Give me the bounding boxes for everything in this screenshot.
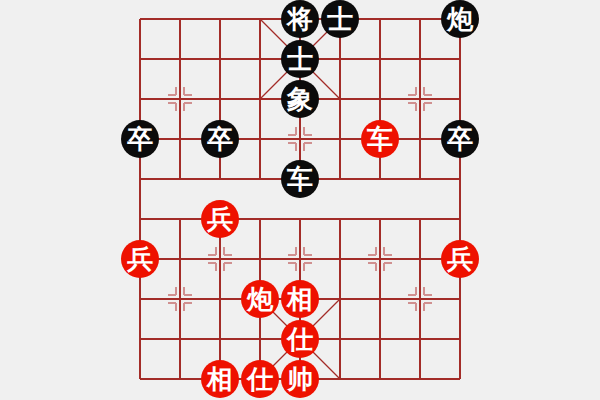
board-point-f0r1[interactable] [120,39,160,79]
board-point-f5r0[interactable]: 士 [320,0,360,39]
red-general[interactable]: 帅 [281,360,319,398]
board-point-f2r3[interactable]: 卒 [200,119,240,159]
board-point-f6r3[interactable]: 车 [360,119,400,159]
board-point-f8r1[interactable] [440,39,480,79]
board-point-f6r7[interactable] [360,279,400,319]
board-point-f4r1[interactable]: 士 [280,39,320,79]
board-point-f1r1[interactable] [160,39,200,79]
board-point-f7r0[interactable] [400,0,440,39]
board-point-f0r2[interactable] [120,79,160,119]
board-point-f7r7[interactable] [400,279,440,319]
board-point-f8r7[interactable] [440,279,480,319]
board-point-f8r0[interactable]: 炮 [440,0,480,39]
board-point-f2r8[interactable] [200,319,240,359]
board-point-f7r4[interactable] [400,159,440,199]
board-point-f3r8[interactable] [240,319,280,359]
board-point-f2r9[interactable]: 相 [200,359,240,399]
board-point-f7r1[interactable] [400,39,440,79]
red-advisor[interactable]: 仕 [281,320,319,358]
board-point-f3r7[interactable]: 炮 [240,279,280,319]
red-elephant[interactable]: 相 [201,360,239,398]
board-point-f5r1[interactable] [320,39,360,79]
board-point-f1r8[interactable] [160,319,200,359]
board-point-f0r8[interactable] [120,319,160,359]
board-point-f1r4[interactable] [160,159,200,199]
board-point-f3r5[interactable] [240,199,280,239]
black-cannon[interactable]: 炮 [441,0,479,38]
board-point-f3r2[interactable] [240,79,280,119]
board-point-f0r9[interactable] [120,359,160,399]
board-point-f6r2[interactable] [360,79,400,119]
board-point-f2r6[interactable] [200,239,240,279]
board-point-f2r0[interactable] [200,0,240,39]
board-point-f3r3[interactable] [240,119,280,159]
xiangqi-app-canvas: 将士炮士象卒卒车卒车兵兵兵炮相仕相仕帅 [0,0,600,400]
red-cannon[interactable]: 炮 [241,280,279,318]
board-point-f4r9[interactable]: 帅 [280,359,320,399]
board-point-f0r0[interactable] [120,0,160,39]
board-point-f8r3[interactable]: 卒 [440,119,480,159]
board-point-f4r3[interactable] [280,119,320,159]
board-point-f7r5[interactable] [400,199,440,239]
board-point-f5r4[interactable] [320,159,360,199]
board-point-f6r0[interactable] [360,0,400,39]
board-point-f8r4[interactable] [440,159,480,199]
board-point-f5r7[interactable] [320,279,360,319]
board-point-f5r3[interactable] [320,119,360,159]
board-point-f5r2[interactable] [320,79,360,119]
board-point-f8r5[interactable] [440,199,480,239]
black-soldier[interactable]: 卒 [121,120,159,158]
board-point-f6r1[interactable] [360,39,400,79]
board-point-f5r6[interactable] [320,239,360,279]
board-point-f0r7[interactable] [120,279,160,319]
board-point-f5r5[interactable] [320,199,360,239]
black-soldier[interactable]: 卒 [201,120,239,158]
board-point-f5r9[interactable] [320,359,360,399]
board-point-f4r6[interactable] [280,239,320,279]
red-soldier[interactable]: 兵 [201,200,239,238]
board-point-f3r9[interactable]: 仕 [240,359,280,399]
black-general[interactable]: 将 [281,0,319,38]
board-point-f4r8[interactable]: 仕 [280,319,320,359]
board-point-f0r4[interactable] [120,159,160,199]
board-point-f3r6[interactable] [240,239,280,279]
board-point-f8r6[interactable]: 兵 [440,239,480,279]
board-point-f7r3[interactable] [400,119,440,159]
red-soldier[interactable]: 兵 [441,240,479,278]
board-point-f7r6[interactable] [400,239,440,279]
board-point-f1r3[interactable] [160,119,200,159]
board-point-f1r0[interactable] [160,0,200,39]
board-point-f8r2[interactable] [440,79,480,119]
red-soldier[interactable]: 兵 [121,240,159,278]
board-point-f4r4[interactable]: 车 [280,159,320,199]
board-point-f5r8[interactable] [320,319,360,359]
board-point-f6r5[interactable] [360,199,400,239]
board-point-f3r1[interactable] [240,39,280,79]
board-point-f0r6[interactable]: 兵 [120,239,160,279]
board-point-f1r7[interactable] [160,279,200,319]
black-soldier[interactable]: 卒 [441,120,479,158]
black-elephant[interactable]: 象 [281,80,319,118]
board-point-f6r4[interactable] [360,159,400,199]
xiangqi-board: 将士炮士象卒卒车卒车兵兵兵炮相仕相仕帅 [120,0,480,399]
board-point-f2r5[interactable]: 兵 [200,199,240,239]
board-point-f1r2[interactable] [160,79,200,119]
black-advisor[interactable]: 士 [281,40,319,78]
red-elephant[interactable]: 相 [281,280,319,318]
board-point-f2r7[interactable] [200,279,240,319]
board-point-f3r0[interactable] [240,0,280,39]
board-point-f0r5[interactable] [120,199,160,239]
board-point-f4r2[interactable]: 象 [280,79,320,119]
board-point-f6r6[interactable] [360,239,400,279]
board-point-f3r4[interactable] [240,159,280,199]
board-point-f6r8[interactable] [360,319,400,359]
board-point-f8r9[interactable] [440,359,480,399]
board-point-f4r7[interactable]: 相 [280,279,320,319]
board-point-f0r3[interactable]: 卒 [120,119,160,159]
board-point-f6r9[interactable] [360,359,400,399]
board-point-f1r6[interactable] [160,239,200,279]
board-point-f7r2[interactable] [400,79,440,119]
board-point-f7r8[interactable] [400,319,440,359]
black-advisor[interactable]: 士 [321,0,359,38]
board-point-f4r5[interactable] [280,199,320,239]
board-point-f8r8[interactable] [440,319,480,359]
red-advisor[interactable]: 仕 [241,360,279,398]
board-point-f1r9[interactable] [160,359,200,399]
board-point-f2r4[interactable] [200,159,240,199]
red-chariot[interactable]: 车 [361,120,399,158]
board-point-f1r5[interactable] [160,199,200,239]
board-point-f2r2[interactable] [200,79,240,119]
board-point-f2r1[interactable] [200,39,240,79]
black-chariot[interactable]: 车 [281,160,319,198]
board-point-f4r0[interactable]: 将 [280,0,320,39]
board-point-f7r9[interactable] [400,359,440,399]
